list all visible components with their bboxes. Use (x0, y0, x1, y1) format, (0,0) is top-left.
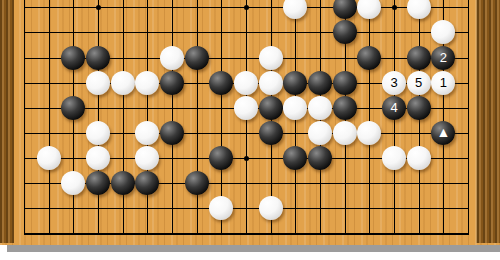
white-stone[interactable]: 3 (382, 71, 406, 95)
black-stone[interactable] (357, 46, 381, 70)
white-stone[interactable]: 1 (431, 71, 455, 95)
black-stone[interactable] (407, 96, 431, 120)
grid-vline (24, 0, 25, 235)
white-stone[interactable] (283, 96, 307, 120)
black-stone[interactable] (61, 96, 85, 120)
grid-vline (468, 0, 469, 235)
white-stone[interactable]: 5 (407, 71, 431, 95)
black-stone[interactable]: 4 (382, 96, 406, 120)
black-stone[interactable] (333, 96, 357, 120)
grid-hline (24, 208, 469, 209)
black-stone[interactable] (61, 46, 85, 70)
white-stone[interactable] (135, 71, 159, 95)
grid-vline (197, 0, 198, 235)
grid-vline (49, 0, 50, 235)
board-right-edge (476, 0, 500, 243)
black-stone[interactable] (333, 20, 357, 44)
white-stone[interactable] (333, 121, 357, 145)
black-stone[interactable] (407, 46, 431, 70)
white-stone[interactable] (160, 46, 184, 70)
black-stone[interactable] (111, 171, 135, 195)
board-left-edge (0, 0, 14, 243)
black-stone[interactable] (259, 121, 283, 145)
black-stone[interactable] (259, 96, 283, 120)
grid-vline (172, 0, 173, 235)
black-stone[interactable] (160, 121, 184, 145)
move-number-label: 4 (390, 101, 397, 114)
board-bottom-edge-line (24, 233, 469, 235)
white-stone[interactable] (234, 96, 258, 120)
white-stone[interactable] (37, 146, 61, 170)
white-stone[interactable] (259, 46, 283, 70)
black-stone[interactable]: 2 (431, 46, 455, 70)
black-stone[interactable] (86, 171, 110, 195)
white-stone[interactable] (259, 71, 283, 95)
grid-vline (147, 0, 148, 235)
white-stone[interactable] (86, 121, 110, 145)
black-stone[interactable] (308, 71, 332, 95)
white-stone[interactable] (382, 146, 406, 170)
black-stone[interactable] (160, 71, 184, 95)
black-stone[interactable] (86, 46, 110, 70)
grid-vline (123, 0, 124, 235)
white-stone[interactable] (234, 71, 258, 95)
white-stone[interactable] (259, 196, 283, 220)
white-stone[interactable] (111, 71, 135, 95)
black-stone[interactable] (283, 71, 307, 95)
white-stone[interactable] (86, 71, 110, 95)
white-stone[interactable] (308, 121, 332, 145)
triangle-marker-icon: ▲ (436, 125, 450, 139)
move-number-label: 5 (415, 76, 422, 89)
grid-vline (369, 0, 370, 235)
black-stone[interactable] (333, 71, 357, 95)
move-number-label: 2 (440, 51, 447, 64)
black-stone[interactable] (209, 71, 233, 95)
black-stone[interactable] (185, 46, 209, 70)
go-diagram-screenshot: 23514▲ (0, 0, 500, 260)
black-stone[interactable] (185, 171, 209, 195)
move-number-label: 1 (440, 76, 447, 89)
white-stone[interactable] (86, 146, 110, 170)
white-stone[interactable] (308, 96, 332, 120)
board-shadow (7, 245, 500, 252)
white-stone[interactable] (407, 146, 431, 170)
grid-hline (24, 32, 469, 33)
black-stone[interactable] (308, 146, 332, 170)
grid-vline (98, 0, 99, 235)
move-number-label: 3 (390, 76, 397, 89)
